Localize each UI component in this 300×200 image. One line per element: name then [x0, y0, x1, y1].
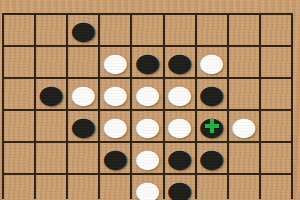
- white-stone: ●: [102, 49, 128, 75]
- white-stone: ●: [102, 113, 128, 139]
- game-screen: ●●●●●●●●●●●●●●●●●●●●●●●●: [0, 0, 300, 200]
- cell-r3-c4[interactable]: ●: [132, 111, 162, 141]
- cell-r3-c0[interactable]: [4, 111, 34, 141]
- cell-r0-c0[interactable]: [4, 15, 34, 45]
- white-stone: ●: [134, 81, 160, 107]
- cell-r1-c3[interactable]: ●: [100, 47, 130, 77]
- white-stone: ●: [134, 145, 160, 171]
- cell-r5-c6[interactable]: [197, 175, 227, 200]
- cell-r2-c2[interactable]: ●: [68, 79, 98, 109]
- cell-r3-c1[interactable]: [36, 111, 66, 141]
- cell-r4-c6[interactable]: ●: [197, 143, 227, 173]
- black-stone: ●: [38, 81, 64, 107]
- cell-r4-c4[interactable]: ●: [132, 143, 162, 173]
- cell-r5-c8[interactable]: [261, 175, 291, 200]
- cell-r2-c3[interactable]: ●: [100, 79, 130, 109]
- cell-r3-c6[interactable]: ●: [197, 111, 227, 141]
- cell-r2-c5[interactable]: ●: [165, 79, 195, 109]
- cell-r5-c7[interactable]: [229, 175, 259, 200]
- cell-r5-c5[interactable]: ●: [165, 175, 195, 200]
- cell-r1-c7[interactable]: [229, 47, 259, 77]
- cell-r2-c4[interactable]: ●: [132, 79, 162, 109]
- cell-r1-c4[interactable]: ●: [132, 47, 162, 77]
- black-stone: ●: [199, 81, 225, 107]
- cell-r1-c6[interactable]: ●: [197, 47, 227, 77]
- last-move-marker-icon: [204, 118, 220, 134]
- gomoku-board: ●●●●●●●●●●●●●●●●●●●●●●●●: [2, 13, 293, 199]
- cell-r0-c8[interactable]: [261, 15, 291, 45]
- cell-r1-c2[interactable]: [68, 47, 98, 77]
- cell-r2-c6[interactable]: ●: [197, 79, 227, 109]
- white-stone: ●: [134, 113, 160, 139]
- cell-r1-c5[interactable]: ●: [165, 47, 195, 77]
- cell-r4-c1[interactable]: [36, 143, 66, 173]
- cell-r5-c4[interactable]: ●: [132, 175, 162, 200]
- black-stone: ●: [167, 177, 193, 200]
- cell-r1-c0[interactable]: [4, 47, 34, 77]
- cell-r4-c5[interactable]: ●: [165, 143, 195, 173]
- black-stone: ●: [102, 145, 128, 171]
- white-stone: ●: [102, 81, 128, 107]
- cell-r0-c7[interactable]: [229, 15, 259, 45]
- cell-r0-c3[interactable]: [100, 15, 130, 45]
- black-stone: ●: [70, 113, 96, 139]
- cell-r2-c7[interactable]: [229, 79, 259, 109]
- cell-r4-c3[interactable]: ●: [100, 143, 130, 173]
- white-stone: ●: [167, 81, 193, 107]
- white-stone: ●: [231, 113, 257, 139]
- cell-r3-c5[interactable]: ●: [165, 111, 195, 141]
- black-stone: ●: [134, 49, 160, 75]
- marker-vertical-bar: [210, 119, 214, 133]
- cell-r1-c8[interactable]: [261, 47, 291, 77]
- cell-r4-c0[interactable]: [4, 143, 34, 173]
- cell-r4-c2[interactable]: [68, 143, 98, 173]
- cell-r5-c3[interactable]: [100, 175, 130, 200]
- white-stone: ●: [70, 81, 96, 107]
- cell-r5-c2[interactable]: [68, 175, 98, 200]
- cell-r5-c0[interactable]: [4, 175, 34, 200]
- white-stone: ●: [134, 177, 160, 200]
- cell-r0-c1[interactable]: [36, 15, 66, 45]
- black-stone: ●: [199, 113, 225, 139]
- cell-r0-c4[interactable]: [132, 15, 162, 45]
- cell-r3-c8[interactable]: [261, 111, 291, 141]
- black-stone: ●: [199, 145, 225, 171]
- cell-r1-c1[interactable]: [36, 47, 66, 77]
- cell-r2-c1[interactable]: ●: [36, 79, 66, 109]
- cell-r0-c2[interactable]: ●: [68, 15, 98, 45]
- cell-r2-c0[interactable]: [4, 79, 34, 109]
- white-stone: ●: [167, 113, 193, 139]
- cell-r4-c8[interactable]: [261, 143, 291, 173]
- marker-horizontal-bar: [205, 124, 219, 128]
- white-stone: ●: [199, 49, 225, 75]
- cell-r0-c6[interactable]: [197, 15, 227, 45]
- cell-r4-c7[interactable]: [229, 143, 259, 173]
- cell-r3-c3[interactable]: ●: [100, 111, 130, 141]
- black-stone: ●: [70, 17, 96, 43]
- cell-r2-c8[interactable]: [261, 79, 291, 109]
- cell-r3-c7[interactable]: ●: [229, 111, 259, 141]
- cell-r3-c2[interactable]: ●: [68, 111, 98, 141]
- black-stone: ●: [167, 145, 193, 171]
- black-stone: ●: [167, 49, 193, 75]
- cell-r5-c1[interactable]: [36, 175, 66, 200]
- cell-r0-c5[interactable]: [165, 15, 195, 45]
